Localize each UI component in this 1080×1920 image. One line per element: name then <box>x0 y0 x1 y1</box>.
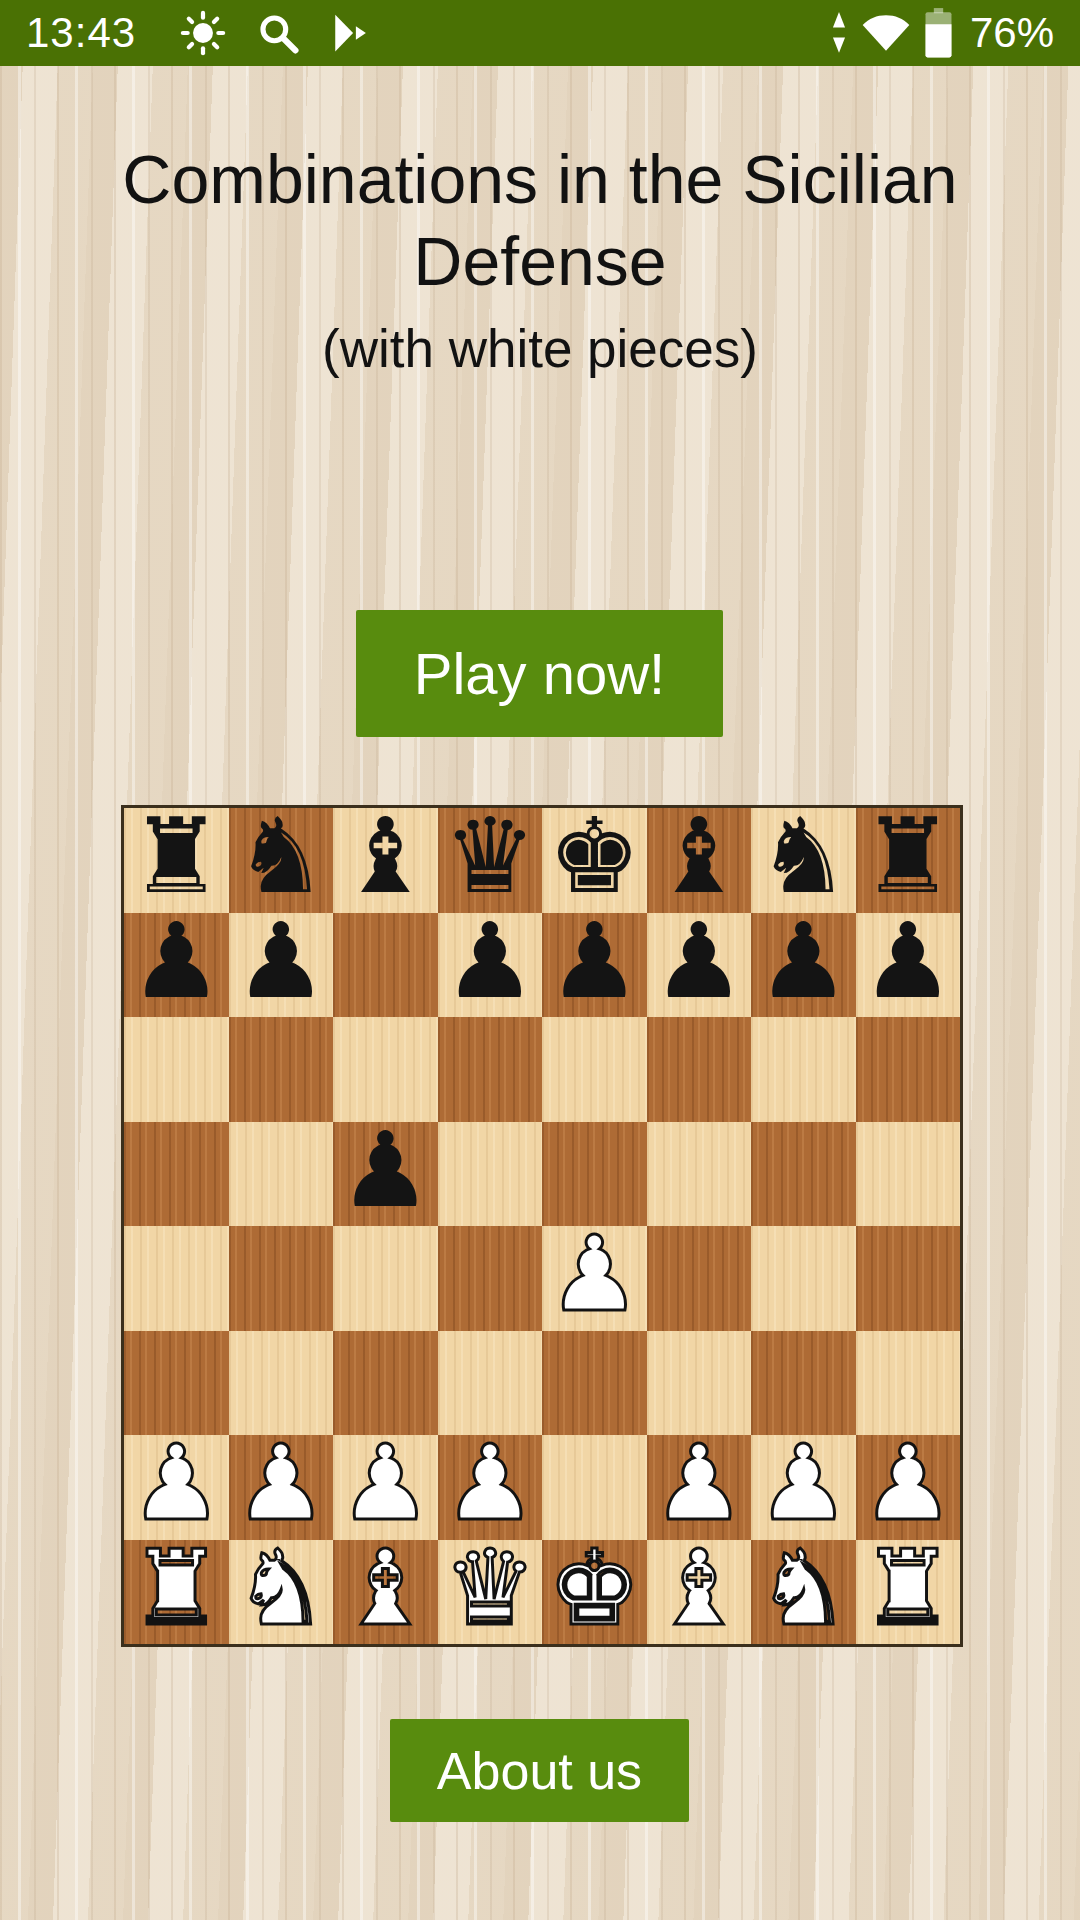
square-g5 <box>751 1122 856 1227</box>
square-b7: ♟ <box>229 913 334 1018</box>
square-g1: ♞ <box>751 1540 856 1645</box>
square-h1: ♜ <box>856 1540 961 1645</box>
status-bar-right: 76% <box>831 8 1054 58</box>
square-d4 <box>438 1226 543 1331</box>
square-a1: ♜ <box>124 1540 229 1645</box>
square-b6 <box>229 1017 334 1122</box>
black-pawn: ♟ <box>548 913 641 1013</box>
square-d1: ♛ <box>438 1540 543 1645</box>
square-a2: ♟ <box>124 1435 229 1540</box>
black-bishop: ♝ <box>339 808 432 908</box>
square-c2: ♟ <box>333 1435 438 1540</box>
square-a4 <box>124 1226 229 1331</box>
square-c3 <box>333 1331 438 1436</box>
square-g2: ♟ <box>751 1435 856 1540</box>
square-d3 <box>438 1331 543 1436</box>
square-c1: ♝ <box>333 1540 438 1645</box>
search-icon <box>256 11 300 55</box>
white-pawn: ♟ <box>443 1435 536 1535</box>
play-store-icon <box>330 12 372 54</box>
square-a3 <box>124 1331 229 1436</box>
white-pawn: ♟ <box>339 1435 432 1535</box>
battery-percent: 76% <box>970 9 1054 57</box>
play-now-button[interactable]: Play now! <box>356 610 723 737</box>
white-bishop: ♝ <box>652 1540 745 1640</box>
square-d5 <box>438 1122 543 1227</box>
square-f5 <box>647 1122 752 1227</box>
square-c8: ♝ <box>333 808 438 913</box>
square-h8: ♜ <box>856 808 961 913</box>
square-h7: ♟ <box>856 913 961 1018</box>
square-e2 <box>542 1435 647 1540</box>
white-queen: ♛ <box>443 1540 536 1640</box>
square-d2: ♟ <box>438 1435 543 1540</box>
square-c4 <box>333 1226 438 1331</box>
battery-icon <box>925 8 952 58</box>
black-bishop: ♝ <box>652 808 745 908</box>
black-rook: ♜ <box>861 808 954 908</box>
app-screen: 13:43 <box>0 0 1080 1920</box>
white-king: ♚ <box>548 1540 641 1640</box>
square-f2: ♟ <box>647 1435 752 1540</box>
page-subtitle: (with white pieces) <box>0 318 1080 379</box>
white-pawn: ♟ <box>757 1435 850 1535</box>
square-e5 <box>542 1122 647 1227</box>
square-f7: ♟ <box>647 913 752 1018</box>
square-b8: ♞ <box>229 808 334 913</box>
square-d8: ♛ <box>438 808 543 913</box>
white-rook: ♜ <box>130 1540 223 1640</box>
square-g6 <box>751 1017 856 1122</box>
square-g3 <box>751 1331 856 1436</box>
black-rook: ♜ <box>130 808 223 908</box>
white-pawn: ♟ <box>130 1435 223 1535</box>
square-b4 <box>229 1226 334 1331</box>
square-g7: ♟ <box>751 913 856 1018</box>
page-title: Combinations in the Sicilian Defense <box>80 138 1000 302</box>
square-f6 <box>647 1017 752 1122</box>
square-b2: ♟ <box>229 1435 334 1540</box>
white-bishop: ♝ <box>339 1540 432 1640</box>
brightness-icon <box>180 10 226 56</box>
square-g4 <box>751 1226 856 1331</box>
square-h6 <box>856 1017 961 1122</box>
black-pawn: ♟ <box>861 913 954 1013</box>
white-pawn: ♟ <box>652 1435 745 1535</box>
about-us-button[interactable]: About us <box>390 1719 689 1822</box>
black-pawn: ♟ <box>757 913 850 1013</box>
status-bar: 13:43 <box>0 0 1080 66</box>
square-h4 <box>856 1226 961 1331</box>
square-e3 <box>542 1331 647 1436</box>
black-knight: ♞ <box>234 808 327 908</box>
square-g8: ♞ <box>751 808 856 913</box>
square-h2: ♟ <box>856 1435 961 1540</box>
black-pawn: ♟ <box>130 913 223 1013</box>
square-a7: ♟ <box>124 913 229 1018</box>
square-f3 <box>647 1331 752 1436</box>
square-a5 <box>124 1122 229 1227</box>
square-h3 <box>856 1331 961 1436</box>
white-knight: ♞ <box>234 1540 327 1640</box>
square-h5 <box>856 1122 961 1227</box>
white-pawn: ♟ <box>861 1435 954 1535</box>
network-activity-icon <box>831 11 847 55</box>
square-c7 <box>333 913 438 1018</box>
white-rook: ♜ <box>861 1540 954 1640</box>
square-e4: ♟ <box>542 1226 647 1331</box>
black-pawn: ♟ <box>652 913 745 1013</box>
white-pawn: ♟ <box>548 1226 641 1326</box>
chess-board: ♜♞♝♛♚♝♞♜♟♟♟♟♟♟♟♟♟♟♟♟♟♟♟♟♜♞♝♛♚♝♞♜ <box>121 805 963 1647</box>
square-c5: ♟ <box>333 1122 438 1227</box>
black-knight: ♞ <box>757 808 850 908</box>
square-a8: ♜ <box>124 808 229 913</box>
square-f8: ♝ <box>647 808 752 913</box>
wifi-icon <box>861 14 911 52</box>
square-e8: ♚ <box>542 808 647 913</box>
square-e6 <box>542 1017 647 1122</box>
square-a6 <box>124 1017 229 1122</box>
square-b1: ♞ <box>229 1540 334 1645</box>
square-d7: ♟ <box>438 913 543 1018</box>
square-f4 <box>647 1226 752 1331</box>
square-c6 <box>333 1017 438 1122</box>
black-king: ♚ <box>548 808 641 908</box>
black-pawn: ♟ <box>443 913 536 1013</box>
square-e7: ♟ <box>542 913 647 1018</box>
black-pawn: ♟ <box>234 913 327 1013</box>
square-e1: ♚ <box>542 1540 647 1645</box>
square-f1: ♝ <box>647 1540 752 1645</box>
status-time: 13:43 <box>26 9 136 57</box>
black-queen: ♛ <box>443 808 536 908</box>
square-b3 <box>229 1331 334 1436</box>
white-knight: ♞ <box>757 1540 850 1640</box>
square-b5 <box>229 1122 334 1227</box>
white-pawn: ♟ <box>234 1435 327 1535</box>
black-pawn: ♟ <box>339 1122 432 1222</box>
square-d6 <box>438 1017 543 1122</box>
